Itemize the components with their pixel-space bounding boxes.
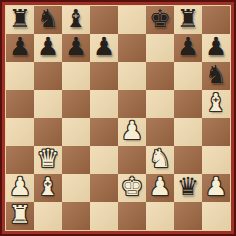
square-a8[interactable]: ♜ — [6, 6, 34, 34]
piece-black-queen[interactable]: ♛ — [177, 173, 199, 201]
piece-black-knight[interactable]: ♞ — [205, 61, 227, 89]
square-h4[interactable] — [202, 118, 230, 146]
square-c5[interactable] — [62, 90, 90, 118]
square-e7[interactable] — [118, 34, 146, 62]
square-a4[interactable] — [6, 118, 34, 146]
square-e4[interactable]: ♟ — [118, 118, 146, 146]
piece-black-pawn[interactable]: ♟ — [37, 33, 59, 61]
square-b3[interactable]: ♛ — [34, 146, 62, 174]
square-g5[interactable] — [174, 90, 202, 118]
square-h7[interactable]: ♟ — [202, 34, 230, 62]
square-c1[interactable] — [62, 202, 90, 230]
piece-black-rook[interactable]: ♜ — [9, 5, 31, 33]
piece-black-knight[interactable]: ♞ — [37, 5, 59, 33]
square-f4[interactable] — [146, 118, 174, 146]
chess-board: ♜♞♝♚♜♟♟♟♟♟♟♞♝♟♛♞♟♝♚♟♛♟♜ — [6, 6, 230, 230]
square-a5[interactable] — [6, 90, 34, 118]
square-e8[interactable] — [118, 6, 146, 34]
piece-white-bishop[interactable]: ♝ — [37, 173, 59, 201]
piece-black-pawn[interactable]: ♟ — [65, 33, 87, 61]
square-g3[interactable] — [174, 146, 202, 174]
piece-white-bishop[interactable]: ♝ — [205, 89, 227, 117]
square-a3[interactable] — [6, 146, 34, 174]
square-b8[interactable]: ♞ — [34, 6, 62, 34]
square-b6[interactable] — [34, 62, 62, 90]
square-b4[interactable] — [34, 118, 62, 146]
square-d1[interactable] — [90, 202, 118, 230]
square-b1[interactable] — [34, 202, 62, 230]
piece-black-bishop[interactable]: ♝ — [65, 5, 87, 33]
square-e3[interactable] — [118, 146, 146, 174]
square-h1[interactable] — [202, 202, 230, 230]
chessboard-widget: ♜♞♝♚♜♟♟♟♟♟♟♞♝♟♛♞♟♝♚♟♛♟♜ — [0, 0, 236, 236]
square-e1[interactable] — [118, 202, 146, 230]
square-h8[interactable] — [202, 6, 230, 34]
square-c6[interactable] — [62, 62, 90, 90]
square-g6[interactable] — [174, 62, 202, 90]
piece-white-rook[interactable]: ♜ — [9, 201, 31, 229]
square-f7[interactable] — [146, 34, 174, 62]
square-d4[interactable] — [90, 118, 118, 146]
square-f3[interactable]: ♞ — [146, 146, 174, 174]
square-b5[interactable] — [34, 90, 62, 118]
square-d5[interactable] — [90, 90, 118, 118]
square-f2[interactable]: ♟ — [146, 174, 174, 202]
square-b2[interactable]: ♝ — [34, 174, 62, 202]
piece-black-pawn[interactable]: ♟ — [205, 33, 227, 61]
piece-black-king[interactable]: ♚ — [149, 5, 171, 33]
piece-white-pawn[interactable]: ♟ — [121, 117, 143, 145]
square-d3[interactable] — [90, 146, 118, 174]
square-d8[interactable] — [90, 6, 118, 34]
square-a2[interactable]: ♟ — [6, 174, 34, 202]
piece-black-rook[interactable]: ♜ — [177, 5, 199, 33]
square-f6[interactable] — [146, 62, 174, 90]
square-g1[interactable] — [174, 202, 202, 230]
piece-white-pawn[interactable]: ♟ — [149, 173, 171, 201]
piece-black-pawn[interactable]: ♟ — [9, 33, 31, 61]
piece-black-pawn[interactable]: ♟ — [177, 33, 199, 61]
square-f1[interactable] — [146, 202, 174, 230]
square-g2[interactable]: ♛ — [174, 174, 202, 202]
square-f8[interactable]: ♚ — [146, 6, 174, 34]
square-g4[interactable] — [174, 118, 202, 146]
piece-white-queen[interactable]: ♛ — [37, 145, 59, 173]
square-d6[interactable] — [90, 62, 118, 90]
board-frame-outer: ♜♞♝♚♜♟♟♟♟♟♟♞♝♟♛♞♟♝♚♟♛♟♜ — [0, 0, 236, 236]
square-a1[interactable]: ♜ — [6, 202, 34, 230]
square-g8[interactable]: ♜ — [174, 6, 202, 34]
square-c2[interactable] — [62, 174, 90, 202]
piece-white-king[interactable]: ♚ — [121, 173, 143, 201]
square-d2[interactable] — [90, 174, 118, 202]
square-e5[interactable] — [118, 90, 146, 118]
piece-white-knight[interactable]: ♞ — [149, 145, 171, 173]
board-frame-band: ♜♞♝♚♜♟♟♟♟♟♟♞♝♟♛♞♟♝♚♟♛♟♜ — [2, 2, 234, 234]
piece-white-pawn[interactable]: ♟ — [205, 173, 227, 201]
piece-white-pawn[interactable]: ♟ — [9, 173, 31, 201]
square-a7[interactable]: ♟ — [6, 34, 34, 62]
square-f5[interactable] — [146, 90, 174, 118]
square-h5[interactable]: ♝ — [202, 90, 230, 118]
square-h3[interactable] — [202, 146, 230, 174]
square-b7[interactable]: ♟ — [34, 34, 62, 62]
square-d7[interactable]: ♟ — [90, 34, 118, 62]
square-c8[interactable]: ♝ — [62, 6, 90, 34]
square-c3[interactable] — [62, 146, 90, 174]
square-c4[interactable] — [62, 118, 90, 146]
square-h2[interactable]: ♟ — [202, 174, 230, 202]
square-a6[interactable] — [6, 62, 34, 90]
board-frame-line: ♜♞♝♚♜♟♟♟♟♟♟♞♝♟♛♞♟♝♚♟♛♟♜ — [5, 5, 231, 231]
square-e2[interactable]: ♚ — [118, 174, 146, 202]
piece-black-pawn[interactable]: ♟ — [93, 33, 115, 61]
square-h6[interactable]: ♞ — [202, 62, 230, 90]
square-e6[interactable] — [118, 62, 146, 90]
square-g7[interactable]: ♟ — [174, 34, 202, 62]
square-c7[interactable]: ♟ — [62, 34, 90, 62]
